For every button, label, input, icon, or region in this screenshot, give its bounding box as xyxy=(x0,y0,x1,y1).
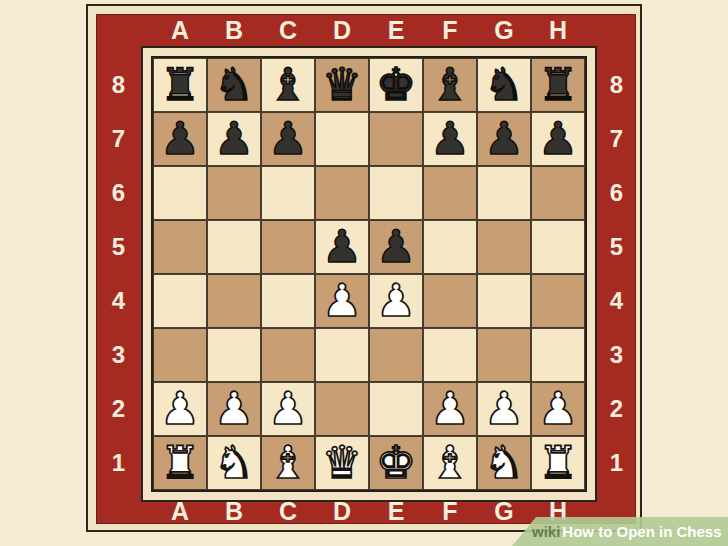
file-label-e: E xyxy=(369,13,423,47)
square-h1: ♜ xyxy=(531,436,585,490)
square-f5 xyxy=(423,220,477,274)
rank-label-5: 5 xyxy=(96,220,141,274)
square-e4: ♟ xyxy=(369,274,423,328)
file-label-d: D xyxy=(315,13,369,47)
rank-label-1: 1 xyxy=(597,436,636,490)
square-f3 xyxy=(423,328,477,382)
white-pawn-f2: ♟ xyxy=(430,386,470,431)
square-b6 xyxy=(207,166,261,220)
square-e8: ♚ xyxy=(369,58,423,112)
square-c8: ♝ xyxy=(261,58,315,112)
square-g8: ♞ xyxy=(477,58,531,112)
white-bishop-f1: ♝ xyxy=(430,440,470,485)
square-d6 xyxy=(315,166,369,220)
white-pawn-b2: ♟ xyxy=(214,386,254,431)
black-knight-b8: ♞ xyxy=(214,62,254,107)
square-h7: ♟ xyxy=(531,112,585,166)
square-d3 xyxy=(315,328,369,382)
square-h2: ♟ xyxy=(531,382,585,436)
square-d8: ♛ xyxy=(315,58,369,112)
black-knight-g8: ♞ xyxy=(484,62,524,107)
square-b4 xyxy=(207,274,261,328)
rank-label-8: 8 xyxy=(96,58,141,112)
rank-label-5: 5 xyxy=(597,220,636,274)
rank-label-6: 6 xyxy=(96,166,141,220)
white-knight-b1: ♞ xyxy=(214,440,254,485)
black-rook-a8: ♜ xyxy=(160,62,200,107)
square-g2: ♟ xyxy=(477,382,531,436)
square-d2 xyxy=(315,382,369,436)
white-pawn-a2: ♟ xyxy=(160,386,200,431)
white-pawn-c2: ♟ xyxy=(268,386,308,431)
rank-label-6: 6 xyxy=(597,166,636,220)
square-a6 xyxy=(153,166,207,220)
square-a4 xyxy=(153,274,207,328)
file-label-a: A xyxy=(153,13,207,47)
chess-board: ♜♞♝♛♚♝♞♜♟♟♟♟♟♟♟♟♟♟♟♟♟♟♟♟♜♞♝♛♚♝♞♜ xyxy=(151,56,587,492)
square-h5 xyxy=(531,220,585,274)
square-a2: ♟ xyxy=(153,382,207,436)
square-a3 xyxy=(153,328,207,382)
white-rook-a1: ♜ xyxy=(160,440,200,485)
square-c3 xyxy=(261,328,315,382)
square-d1: ♛ xyxy=(315,436,369,490)
square-e5: ♟ xyxy=(369,220,423,274)
square-c2: ♟ xyxy=(261,382,315,436)
square-a7: ♟ xyxy=(153,112,207,166)
white-pawn-e4: ♟ xyxy=(376,278,416,323)
white-pawn-g2: ♟ xyxy=(484,386,524,431)
square-e1: ♚ xyxy=(369,436,423,490)
square-e2 xyxy=(369,382,423,436)
black-king-e8: ♚ xyxy=(376,62,416,107)
white-knight-g1: ♞ xyxy=(484,440,524,485)
square-a1: ♜ xyxy=(153,436,207,490)
watermark-title: How to Open in Chess xyxy=(562,523,721,540)
square-d4: ♟ xyxy=(315,274,369,328)
white-pawn-d4: ♟ xyxy=(322,278,362,323)
square-a5 xyxy=(153,220,207,274)
square-f6 xyxy=(423,166,477,220)
black-pawn-c7: ♟ xyxy=(268,116,308,161)
square-h8: ♜ xyxy=(531,58,585,112)
square-h6 xyxy=(531,166,585,220)
square-b8: ♞ xyxy=(207,58,261,112)
white-pawn-h2: ♟ xyxy=(538,386,578,431)
rank-label-2: 2 xyxy=(597,382,636,436)
black-bishop-f8: ♝ xyxy=(430,62,470,107)
rank-label-4: 4 xyxy=(597,274,636,328)
square-g5 xyxy=(477,220,531,274)
file-label-f: F xyxy=(423,13,477,47)
square-f1: ♝ xyxy=(423,436,477,490)
file-labels-top: ABCDEFGH xyxy=(153,13,585,47)
white-bishop-c1: ♝ xyxy=(268,440,308,485)
chess-opening-diagram: ABCDEFGH ABCDEFGH 87654321 87654321 ♜♞♝♛… xyxy=(0,0,728,546)
square-b7: ♟ xyxy=(207,112,261,166)
square-f8: ♝ xyxy=(423,58,477,112)
square-h3 xyxy=(531,328,585,382)
black-pawn-g7: ♟ xyxy=(484,116,524,161)
rank-label-4: 4 xyxy=(96,274,141,328)
file-label-b: B xyxy=(207,13,261,47)
white-king-e1: ♚ xyxy=(376,440,416,485)
square-g6 xyxy=(477,166,531,220)
watermark-wiki-label: wiki xyxy=(532,523,560,540)
rank-label-2: 2 xyxy=(96,382,141,436)
square-d7 xyxy=(315,112,369,166)
black-bishop-c8: ♝ xyxy=(268,62,308,107)
square-f4 xyxy=(423,274,477,328)
rank-label-8: 8 xyxy=(597,58,636,112)
square-b1: ♞ xyxy=(207,436,261,490)
square-b2: ♟ xyxy=(207,382,261,436)
rank-label-3: 3 xyxy=(597,328,636,382)
rank-labels-right: 87654321 xyxy=(597,58,636,490)
rank-labels-left: 87654321 xyxy=(96,58,141,490)
square-c5 xyxy=(261,220,315,274)
file-label-g: G xyxy=(477,13,531,47)
square-e7 xyxy=(369,112,423,166)
file-label-h: H xyxy=(531,13,585,47)
rank-label-7: 7 xyxy=(597,112,636,166)
square-b3 xyxy=(207,328,261,382)
square-c6 xyxy=(261,166,315,220)
square-g4 xyxy=(477,274,531,328)
black-pawn-a7: ♟ xyxy=(160,116,200,161)
white-queen-d1: ♛ xyxy=(322,440,362,485)
black-rook-h8: ♜ xyxy=(538,62,578,107)
black-pawn-d5: ♟ xyxy=(322,224,362,269)
square-f7: ♟ xyxy=(423,112,477,166)
file-label-c: C xyxy=(261,13,315,47)
square-d5: ♟ xyxy=(315,220,369,274)
square-f2: ♟ xyxy=(423,382,477,436)
black-pawn-h7: ♟ xyxy=(538,116,578,161)
square-e3 xyxy=(369,328,423,382)
square-h4 xyxy=(531,274,585,328)
rank-label-7: 7 xyxy=(96,112,141,166)
square-g1: ♞ xyxy=(477,436,531,490)
square-g7: ♟ xyxy=(477,112,531,166)
black-pawn-f7: ♟ xyxy=(430,116,470,161)
square-c4 xyxy=(261,274,315,328)
square-c7: ♟ xyxy=(261,112,315,166)
watermark-banner: wiki How to Open in Chess xyxy=(512,517,728,546)
rank-label-3: 3 xyxy=(96,328,141,382)
square-g3 xyxy=(477,328,531,382)
square-c1: ♝ xyxy=(261,436,315,490)
square-e6 xyxy=(369,166,423,220)
black-queen-d8: ♛ xyxy=(322,62,362,107)
square-a8: ♜ xyxy=(153,58,207,112)
rank-label-1: 1 xyxy=(96,436,141,490)
black-pawn-b7: ♟ xyxy=(214,116,254,161)
white-rook-h1: ♜ xyxy=(538,440,578,485)
square-b5 xyxy=(207,220,261,274)
black-pawn-e5: ♟ xyxy=(376,224,416,269)
